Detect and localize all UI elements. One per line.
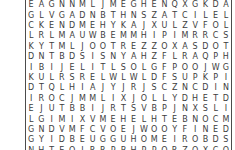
- grid-cell-r14c5[interactable]: B: [67, 135, 77, 145]
- grid-cell-r11c6[interactable]: B: [77, 104, 87, 114]
- grid-cell-r8c5[interactable]: S: [67, 73, 77, 83]
- grid-cell-r4c9[interactable]: E: [108, 31, 118, 41]
- grid-cell-r2c9[interactable]: T: [108, 10, 118, 20]
- grid-cell-r4c17[interactable]: R: [190, 31, 200, 41]
- grid-cell-r6c18[interactable]: Q: [200, 52, 210, 62]
- grid-cell-r3c9[interactable]: Y: [108, 21, 118, 31]
- grid-cell-r7c4[interactable]: J: [57, 62, 67, 72]
- grid-cell-r9c5[interactable]: H: [67, 83, 77, 93]
- grid-cell-r11c12[interactable]: V: [139, 104, 149, 114]
- grid-cell-r13c13[interactable]: O: [149, 125, 159, 135]
- grid-cell-r4c2[interactable]: R: [36, 31, 46, 41]
- grid-cell-r14c14[interactable]: E: [159, 135, 169, 145]
- grid-cell-r14c18[interactable]: B: [200, 135, 210, 145]
- grid-cell-r3c19[interactable]: O: [211, 21, 221, 31]
- grid-cell-r12c17[interactable]: N: [190, 114, 200, 124]
- grid-cell-r14c6[interactable]: E: [77, 135, 87, 145]
- grid-cell-r5c4[interactable]: M: [57, 42, 67, 52]
- grid-cell-r5c16[interactable]: A: [180, 42, 190, 52]
- grid-cell-r12c3[interactable]: I: [47, 114, 57, 124]
- grid-cell-r3c17[interactable]: V: [190, 21, 200, 31]
- grid-cell-r11c11[interactable]: S: [129, 104, 139, 114]
- grid-cell-r9c3[interactable]: Q: [47, 83, 57, 93]
- grid-cell-r6c7[interactable]: I: [88, 52, 98, 62]
- grid-cell-r6c4[interactable]: B: [57, 52, 67, 62]
- grid-cell-r3c1[interactable]: C: [26, 21, 36, 31]
- grid-cell-r5c18[interactable]: D: [200, 42, 210, 52]
- grid-cell-r8c16[interactable]: U: [180, 73, 190, 83]
- grid-cell-r8c20[interactable]: I: [221, 73, 231, 83]
- grid-cell-r10c9[interactable]: I: [108, 94, 118, 104]
- grid-cell-r13c9[interactable]: O: [108, 125, 118, 135]
- grid-cell-r7c12[interactable]: L: [139, 62, 149, 72]
- grid-cell-r8c12[interactable]: L: [139, 73, 149, 83]
- grid-cell-r7c15[interactable]: P: [170, 62, 180, 72]
- grid-cell-r9c9[interactable]: Y: [108, 83, 118, 93]
- grid-cell-r9c19[interactable]: I: [211, 83, 221, 93]
- grid-cell-r15c18[interactable]: X: [200, 146, 210, 150]
- grid-cell-r6c16[interactable]: R: [180, 52, 190, 62]
- grid-cell-r7c10[interactable]: S: [118, 62, 128, 72]
- grid-cell-r9c1[interactable]: D: [26, 83, 36, 93]
- grid-cell-r4c7[interactable]: W: [88, 31, 98, 41]
- grid-cell-r3c16[interactable]: Z: [180, 21, 190, 31]
- grid-cell-r1c8[interactable]: J: [98, 0, 108, 10]
- grid-cell-r8c15[interactable]: S: [170, 73, 180, 83]
- grid-cell-r1c16[interactable]: X: [180, 0, 190, 10]
- grid-cell-r12c12[interactable]: L: [139, 114, 149, 124]
- grid-cell-r9c18[interactable]: D: [200, 83, 210, 93]
- grid-cell-r14c13[interactable]: M: [149, 135, 159, 145]
- grid-cell-r13c14[interactable]: O: [159, 125, 169, 135]
- grid-cell-r1c3[interactable]: G: [47, 0, 57, 10]
- grid-cell-r5c3[interactable]: T: [47, 42, 57, 52]
- grid-cell-r8c8[interactable]: L: [98, 73, 108, 83]
- grid-cell-r8c10[interactable]: L: [118, 73, 128, 83]
- grid-cell-r12c1[interactable]: L: [26, 114, 36, 124]
- grid-cell-r6c14[interactable]: F: [159, 52, 169, 62]
- grid-cell-r10c7[interactable]: M: [88, 94, 98, 104]
- grid-cell-r13c8[interactable]: V: [98, 125, 108, 135]
- grid-cell-r11c9[interactable]: R: [108, 104, 118, 114]
- grid-cell-r15c4[interactable]: E: [57, 146, 67, 150]
- grid-cell-r11c4[interactable]: T: [57, 104, 67, 114]
- grid-cell-r10c2[interactable]: R: [36, 94, 46, 104]
- grid-cell-r10c11[interactable]: J: [129, 94, 139, 104]
- grid-cell-r3c18[interactable]: F: [200, 21, 210, 31]
- grid-cell-r7c14[interactable]: F: [159, 62, 169, 72]
- grid-cell-r14c17[interactable]: O: [190, 135, 200, 145]
- grid-cell-r11c8[interactable]: J: [98, 104, 108, 114]
- grid-cell-r4c4[interactable]: M: [57, 31, 67, 41]
- grid-cell-r1c5[interactable]: N: [67, 0, 77, 10]
- grid-cell-r15c12[interactable]: P: [139, 146, 149, 150]
- grid-cell-r6c13[interactable]: Z: [149, 52, 159, 62]
- grid-cell-r11c10[interactable]: T: [118, 104, 128, 114]
- grid-cell-r15c14[interactable]: O: [159, 146, 169, 150]
- grid-cell-r14c19[interactable]: D: [211, 135, 221, 145]
- grid-cell-r1c12[interactable]: H: [139, 0, 149, 10]
- grid-cell-r1c13[interactable]: E: [149, 0, 159, 10]
- grid-cell-r13c18[interactable]: N: [200, 125, 210, 135]
- grid-cell-r3c12[interactable]: J: [139, 21, 149, 31]
- grid-cell-r2c20[interactable]: L: [221, 10, 231, 20]
- grid-cell-r10c14[interactable]: L: [159, 94, 169, 104]
- grid-cell-r4c18[interactable]: R: [200, 31, 210, 41]
- grid-cell-r2c10[interactable]: H: [118, 10, 128, 20]
- grid-cell-r11c3[interactable]: U: [47, 104, 57, 114]
- grid-cell-r13c4[interactable]: V: [57, 125, 67, 135]
- grid-cell-r7c16[interactable]: O: [180, 62, 190, 72]
- grid-cell-r13c17[interactable]: I: [190, 125, 200, 135]
- grid-cell-r8c2[interactable]: U: [36, 73, 46, 83]
- grid-cell-r6c3[interactable]: T: [47, 52, 57, 62]
- grid-cell-r3c15[interactable]: L: [170, 21, 180, 31]
- grid-cell-r10c20[interactable]: D: [221, 94, 231, 104]
- grid-cell-r4c5[interactable]: A: [67, 31, 77, 41]
- grid-cell-r8c19[interactable]: P: [211, 73, 221, 83]
- grid-cell-r11c15[interactable]: J: [170, 104, 180, 114]
- grid-cell-r14c2[interactable]: Y: [36, 135, 46, 145]
- grid-cell-r12c14[interactable]: T: [159, 114, 169, 124]
- grid-cell-r12c4[interactable]: M: [57, 114, 67, 124]
- grid-cell-r13c19[interactable]: E: [211, 125, 221, 135]
- grid-cell-r6c9[interactable]: N: [108, 52, 118, 62]
- grid-cell-r2c1[interactable]: G: [26, 10, 36, 20]
- grid-cell-r3c2[interactable]: K: [36, 21, 46, 31]
- grid-cell-r15c3[interactable]: T: [47, 146, 57, 150]
- grid-cell-r2c16[interactable]: C: [180, 10, 190, 20]
- grid-cell-r1c6[interactable]: M: [77, 0, 87, 10]
- grid-cell-r2c8[interactable]: B: [98, 10, 108, 20]
- grid-cell-r12c8[interactable]: M: [98, 114, 108, 124]
- grid-cell-r5c12[interactable]: Z: [139, 42, 149, 52]
- grid-cell-r11c14[interactable]: P: [159, 104, 169, 114]
- grid-cell-r5c10[interactable]: R: [118, 42, 128, 52]
- grid-cell-r4c15[interactable]: I: [170, 31, 180, 41]
- grid-cell-r8c17[interactable]: P: [190, 73, 200, 83]
- grid-cell-r10c13[interactable]: L: [149, 94, 159, 104]
- grid-cell-r13c6[interactable]: F: [77, 125, 87, 135]
- grid-cell-r9c14[interactable]: C: [159, 83, 169, 93]
- grid-cell-r10c18[interactable]: E: [200, 94, 210, 104]
- grid-cell-r2c14[interactable]: A: [159, 10, 169, 20]
- grid-cell-r12c6[interactable]: X: [77, 114, 87, 124]
- grid-cell-r7c6[interactable]: L: [77, 62, 87, 72]
- grid-cell-r7c5[interactable]: E: [67, 62, 77, 72]
- grid-cell-r10c12[interactable]: O: [139, 94, 149, 104]
- grid-cell-r2c17[interactable]: I: [190, 10, 200, 20]
- grid-cell-r13c10[interactable]: E: [118, 125, 128, 135]
- grid-cell-r5c2[interactable]: Y: [36, 42, 46, 52]
- grid-cell-r1c4[interactable]: N: [57, 0, 67, 10]
- grid-cell-r1c17[interactable]: G: [190, 0, 200, 10]
- grid-cell-r1c15[interactable]: Q: [170, 0, 180, 10]
- grid-cell-r1c18[interactable]: K: [200, 0, 210, 10]
- grid-cell-r9c20[interactable]: N: [221, 83, 231, 93]
- grid-cell-r8c11[interactable]: W: [129, 73, 139, 83]
- grid-cell-r3c10[interactable]: K: [118, 21, 128, 31]
- grid-cell-r1c9[interactable]: M: [108, 0, 118, 10]
- grid-cell-r1c2[interactable]: A: [36, 0, 46, 10]
- grid-cell-r6c20[interactable]: H: [221, 52, 231, 62]
- grid-cell-r7c1[interactable]: I: [26, 62, 36, 72]
- grid-cell-r14c20[interactable]: S: [221, 135, 231, 145]
- grid-cell-r6c1[interactable]: D: [26, 52, 36, 62]
- grid-cell-r13c11[interactable]: J: [129, 125, 139, 135]
- grid-cell-r6c11[interactable]: A: [129, 52, 139, 62]
- grid-cell-r6c8[interactable]: S: [98, 52, 108, 62]
- grid-cell-r1c1[interactable]: E: [26, 0, 36, 10]
- grid-cell-r14c3[interactable]: I: [47, 135, 57, 145]
- grid-cell-r14c10[interactable]: U: [118, 135, 128, 145]
- grid-cell-r1c14[interactable]: N: [159, 0, 169, 10]
- grid-cell-r5c5[interactable]: L: [67, 42, 77, 52]
- grid-cell-r4c19[interactable]: C: [211, 31, 221, 41]
- grid-cell-r10c16[interactable]: D: [180, 94, 190, 104]
- grid-cell-r15c17[interactable]: O: [190, 146, 200, 150]
- grid-cell-r8c7[interactable]: E: [88, 73, 98, 83]
- grid-cell-r13c16[interactable]: F: [180, 125, 190, 135]
- grid-cell-r5c14[interactable]: O: [159, 42, 169, 52]
- grid-cell-r13c12[interactable]: W: [139, 125, 149, 135]
- grid-cell-r1c7[interactable]: L: [88, 0, 98, 10]
- grid-cell-r11c20[interactable]: I: [221, 104, 231, 114]
- grid-cell-r5c19[interactable]: O: [211, 42, 221, 52]
- grid-cell-r5c13[interactable]: Z: [149, 42, 159, 52]
- grid-cell-r4c12[interactable]: H: [139, 31, 149, 41]
- grid-cell-r9c12[interactable]: J: [139, 83, 149, 93]
- grid-cell-r2c11[interactable]: N: [129, 10, 139, 20]
- grid-cell-r9c10[interactable]: J: [118, 83, 128, 93]
- grid-cell-r2c15[interactable]: T: [170, 10, 180, 20]
- grid-cell-r10c8[interactable]: L: [98, 94, 108, 104]
- grid-cell-r15c19[interactable]: C: [211, 146, 221, 150]
- grid-cell-r14c1[interactable]: G: [26, 135, 36, 145]
- grid-cell-r3c20[interactable]: L: [221, 21, 231, 31]
- grid-cell-r2c18[interactable]: L: [200, 10, 210, 20]
- grid-cell-r1c20[interactable]: A: [221, 0, 231, 10]
- grid-cell-r11c19[interactable]: L: [211, 104, 221, 114]
- grid-cell-r12c20[interactable]: M: [221, 114, 231, 124]
- grid-cell-r11c18[interactable]: S: [200, 104, 210, 114]
- grid-cell-r2c19[interactable]: E: [211, 10, 221, 20]
- grid-cell-r7c8[interactable]: T: [98, 62, 108, 72]
- grid-cell-r5c6[interactable]: J: [77, 42, 87, 52]
- grid-cell-r5c1[interactable]: K: [26, 42, 36, 52]
- grid-cell-r2c6[interactable]: D: [77, 10, 87, 20]
- grid-cell-r4c3[interactable]: L: [47, 31, 57, 41]
- grid-cell-r4c11[interactable]: M: [129, 31, 139, 41]
- grid-cell-r13c1[interactable]: G: [26, 125, 36, 135]
- grid-cell-r10c10[interactable]: X: [118, 94, 128, 104]
- grid-cell-r12c18[interactable]: O: [200, 114, 210, 124]
- grid-cell-r15c2[interactable]: H: [36, 146, 46, 150]
- grid-cell-r12c13[interactable]: H: [149, 114, 159, 124]
- grid-cell-r15c10[interactable]: B: [118, 146, 128, 150]
- grid-cell-r14c11[interactable]: H: [129, 135, 139, 145]
- grid-cell-r15c9[interactable]: P: [108, 146, 118, 150]
- grid-cell-r3c4[interactable]: N: [57, 21, 67, 31]
- grid-cell-r12c9[interactable]: E: [108, 114, 118, 124]
- grid-cell-r6c12[interactable]: H: [139, 52, 149, 62]
- grid-cell-r4c10[interactable]: M: [118, 31, 128, 41]
- grid-cell-r15c20[interactable]: O: [221, 146, 231, 150]
- grid-cell-r8c3[interactable]: L: [47, 73, 57, 83]
- grid-cell-r15c7[interactable]: R: [88, 146, 98, 150]
- grid-cell-r14c15[interactable]: I: [170, 135, 180, 145]
- grid-cell-r5c11[interactable]: E: [129, 42, 139, 52]
- grid-cell-r3c5[interactable]: D: [67, 21, 77, 31]
- grid-cell-r13c7[interactable]: C: [88, 125, 98, 135]
- grid-cell-r2c5[interactable]: A: [67, 10, 77, 20]
- grid-cell-r12c16[interactable]: B: [180, 114, 190, 124]
- grid-cell-r15c6[interactable]: I: [77, 146, 87, 150]
- grid-cell-r11c1[interactable]: E: [26, 104, 36, 114]
- grid-cell-r4c6[interactable]: U: [77, 31, 87, 41]
- grid-cell-r12c7[interactable]: V: [88, 114, 98, 124]
- grid-cell-r14c7[interactable]: U: [88, 135, 98, 145]
- grid-cell-r3c8[interactable]: H: [98, 21, 108, 31]
- grid-cell-r15c11[interactable]: H: [129, 146, 139, 150]
- grid-cell-r5c20[interactable]: T: [221, 42, 231, 52]
- grid-cell-r11c16[interactable]: N: [180, 104, 190, 114]
- grid-cell-r9c8[interactable]: J: [98, 83, 108, 93]
- grid-cell-r8c14[interactable]: F: [159, 73, 169, 83]
- grid-cell-r15c15[interactable]: R: [170, 146, 180, 150]
- grid-cell-r2c2[interactable]: L: [36, 10, 46, 20]
- grid-cell-r14c8[interactable]: G: [98, 135, 108, 145]
- grid-cell-r15c13[interactable]: P: [149, 146, 159, 150]
- grid-cell-r7c13[interactable]: G: [149, 62, 159, 72]
- grid-cell-r5c9[interactable]: T: [108, 42, 118, 52]
- grid-cell-r2c4[interactable]: G: [57, 10, 67, 20]
- grid-cell-r12c15[interactable]: E: [170, 114, 180, 124]
- grid-cell-r14c4[interactable]: D: [57, 135, 67, 145]
- grid-cell-r8c1[interactable]: K: [26, 73, 36, 83]
- grid-cell-r13c3[interactable]: D: [47, 125, 57, 135]
- grid-cell-r2c12[interactable]: S: [139, 10, 149, 20]
- grid-cell-r9c17[interactable]: C: [190, 83, 200, 93]
- grid-cell-r4c16[interactable]: M: [180, 31, 190, 41]
- grid-cell-r6c17[interactable]: A: [190, 52, 200, 62]
- grid-cell-r2c7[interactable]: N: [88, 10, 98, 20]
- grid-cell-r12c19[interactable]: C: [211, 114, 221, 124]
- grid-cell-r14c9[interactable]: G: [108, 135, 118, 145]
- grid-cell-r14c12[interactable]: O: [139, 135, 149, 145]
- grid-cell-r6c10[interactable]: Y: [118, 52, 128, 62]
- grid-cell-r11c7[interactable]: I: [88, 104, 98, 114]
- grid-cell-r7c9[interactable]: L: [108, 62, 118, 72]
- grid-cell-r6c2[interactable]: N: [36, 52, 46, 62]
- grid-cell-r4c14[interactable]: P: [159, 31, 169, 41]
- grid-cell-r10c4[interactable]: C: [57, 94, 67, 104]
- grid-cell-r11c2[interactable]: J: [36, 104, 46, 114]
- grid-cell-r7c19[interactable]: W: [211, 62, 221, 72]
- grid-cell-r13c5[interactable]: M: [67, 125, 77, 135]
- grid-cell-r12c2[interactable]: G: [36, 114, 46, 124]
- grid-cell-r12c10[interactable]: H: [118, 114, 128, 124]
- grid-cell-r12c11[interactable]: E: [129, 114, 139, 124]
- grid-cell-r7c18[interactable]: J: [200, 62, 210, 72]
- grid-cell-r10c3[interactable]: O: [47, 94, 57, 104]
- grid-cell-r9c16[interactable]: N: [180, 83, 190, 93]
- grid-cell-r4c13[interactable]: I: [149, 31, 159, 41]
- grid-cell-r6c6[interactable]: S: [77, 52, 87, 62]
- grid-cell-r9c2[interactable]: T: [36, 83, 46, 93]
- grid-cell-r8c4[interactable]: R: [57, 73, 67, 83]
- grid-cell-r7c17[interactable]: O: [190, 62, 200, 72]
- grid-cell-r10c5[interactable]: J: [67, 94, 77, 104]
- grid-cell-r6c15[interactable]: L: [170, 52, 180, 62]
- grid-cell-r9c13[interactable]: S: [149, 83, 159, 93]
- grid-cell-r3c13[interactable]: X: [149, 21, 159, 31]
- grid-cell-r7c20[interactable]: G: [221, 62, 231, 72]
- grid-cell-r11c17[interactable]: X: [190, 104, 200, 114]
- grid-cell-r4c8[interactable]: B: [98, 31, 108, 41]
- grid-cell-r13c2[interactable]: N: [36, 125, 46, 135]
- grid-cell-r9c15[interactable]: Z: [170, 83, 180, 93]
- grid-cell-r8c13[interactable]: D: [149, 73, 159, 83]
- grid-cell-r15c1[interactable]: N: [26, 146, 36, 150]
- grid-cell-r10c6[interactable]: M: [77, 94, 87, 104]
- grid-cell-r10c1[interactable]: I: [26, 94, 36, 104]
- grid-cell-r14c16[interactable]: R: [180, 135, 190, 145]
- grid-cell-r4c1[interactable]: L: [26, 31, 36, 41]
- grid-cell-r5c17[interactable]: S: [190, 42, 200, 52]
- grid-cell-r1c11[interactable]: G: [129, 0, 139, 10]
- grid-cell-r11c5[interactable]: B: [67, 104, 77, 114]
- grid-cell-r10c19[interactable]: T: [211, 94, 221, 104]
- grid-cell-r10c17[interactable]: H: [190, 94, 200, 104]
- grid-cell-r5c7[interactable]: O: [88, 42, 98, 52]
- grid-cell-r8c9[interactable]: W: [108, 73, 118, 83]
- grid-cell-r3c14[interactable]: U: [159, 21, 169, 31]
- grid-cell-r8c6[interactable]: R: [77, 73, 87, 83]
- grid-cell-r4c20[interactable]: S: [221, 31, 231, 41]
- grid-cell-r6c19[interactable]: P: [211, 52, 221, 62]
- grid-cell-r13c15[interactable]: Y: [170, 125, 180, 135]
- grid-cell-r9c11[interactable]: R: [129, 83, 139, 93]
- grid-cell-r11c13[interactable]: B: [149, 104, 159, 114]
- grid-cell-r9c7[interactable]: A: [88, 83, 98, 93]
- grid-cell-r8c18[interactable]: K: [200, 73, 210, 83]
- grid-cell-r9c6[interactable]: I: [77, 83, 87, 93]
- grid-cell-r5c8[interactable]: O: [98, 42, 108, 52]
- grid-cell-r3c3[interactable]: E: [47, 21, 57, 31]
- grid-cell-r2c13[interactable]: Z: [149, 10, 159, 20]
- grid-cell-r15c5[interactable]: O: [67, 146, 77, 150]
- grid-cell-r3c6[interactable]: M: [77, 21, 87, 31]
- grid-cell-r2c3[interactable]: V: [47, 10, 57, 20]
- grid-cell-r15c16[interactable]: Z: [180, 146, 190, 150]
- grid-cell-r3c11[interactable]: A: [129, 21, 139, 31]
- grid-cell-r7c7[interactable]: I: [88, 62, 98, 72]
- grid-cell-r12c5[interactable]: I: [67, 114, 77, 124]
- grid-cell-r5c15[interactable]: X: [170, 42, 180, 52]
- grid-cell-r1c19[interactable]: D: [211, 0, 221, 10]
- grid-cell-r3c7[interactable]: E: [88, 21, 98, 31]
- grid-cell-r7c11[interactable]: O: [129, 62, 139, 72]
- grid-cell-r7c3[interactable]: I: [47, 62, 57, 72]
- grid-cell-r9c4[interactable]: L: [57, 83, 67, 93]
- grid-cell-r6c5[interactable]: D: [67, 52, 77, 62]
- grid-cell-r10c15[interactable]: Y: [170, 94, 180, 104]
- grid-cell-r15c8[interactable]: R: [98, 146, 108, 150]
- grid-cell-r7c2[interactable]: B: [36, 62, 46, 72]
- grid-cell-r1c10[interactable]: E: [118, 0, 128, 10]
- grid-cell-r13c20[interactable]: D: [221, 125, 231, 135]
